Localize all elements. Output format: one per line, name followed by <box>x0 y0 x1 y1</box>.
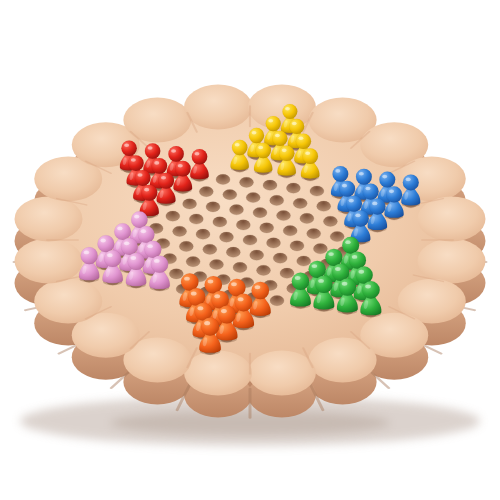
hole[interactable] <box>317 201 331 211</box>
product-photo <box>0 0 500 500</box>
hole[interactable] <box>186 257 200 267</box>
hole[interactable] <box>203 244 217 254</box>
hole[interactable] <box>246 192 260 202</box>
hole[interactable] <box>300 213 314 223</box>
hole[interactable] <box>253 208 267 218</box>
hole[interactable] <box>213 217 227 227</box>
hole[interactable] <box>179 241 193 251</box>
hole[interactable] <box>223 190 237 200</box>
hole[interactable] <box>293 198 307 208</box>
hole[interactable] <box>313 244 327 254</box>
hole[interactable] <box>290 241 304 251</box>
hole[interactable] <box>283 226 297 236</box>
hole[interactable] <box>330 231 344 241</box>
hole[interactable] <box>250 250 264 260</box>
hole[interactable] <box>226 247 240 257</box>
hole[interactable] <box>169 269 183 279</box>
hole[interactable] <box>260 223 274 233</box>
hole[interactable] <box>263 180 277 190</box>
hole[interactable] <box>173 226 187 236</box>
hole[interactable] <box>206 202 220 212</box>
hole[interactable] <box>236 220 250 230</box>
hole[interactable] <box>240 177 254 187</box>
hole[interactable] <box>273 253 287 263</box>
hole[interactable] <box>286 183 300 193</box>
hole[interactable] <box>270 195 284 205</box>
hole[interactable] <box>307 229 321 239</box>
hole[interactable] <box>243 235 257 245</box>
hole[interactable] <box>220 232 234 242</box>
hole[interactable] <box>310 186 324 196</box>
hole[interactable] <box>230 205 244 215</box>
hole[interactable] <box>199 187 213 197</box>
hole[interactable] <box>280 268 294 278</box>
hole[interactable] <box>297 256 311 266</box>
hole[interactable] <box>270 296 284 306</box>
hole[interactable] <box>196 229 210 239</box>
hole[interactable] <box>210 259 224 269</box>
chinese-checkers-board <box>0 0 500 500</box>
hole[interactable] <box>323 216 337 226</box>
hole[interactable] <box>257 265 271 275</box>
hole[interactable] <box>189 214 203 224</box>
hole[interactable] <box>166 211 180 221</box>
hole[interactable] <box>216 174 230 184</box>
hole[interactable] <box>233 262 247 272</box>
hole[interactable] <box>183 199 197 209</box>
hole[interactable] <box>277 210 291 220</box>
hole[interactable] <box>267 238 281 248</box>
